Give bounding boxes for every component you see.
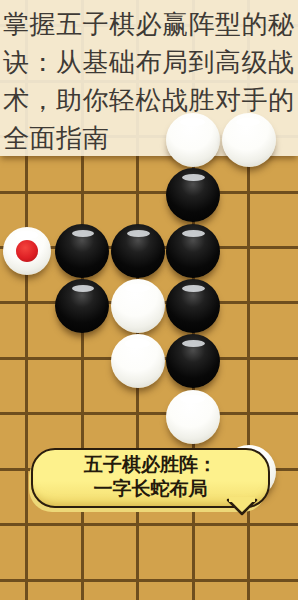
gomoku-thumbnail: 掌握五子棋必赢阵型的秘 诀：从基础布局到高级战 术，助你轻松战胜对手的 全面指南… (0, 0, 298, 600)
black-stone[interactable]: ● (166, 279, 220, 333)
white-stone[interactable]: ○ (111, 334, 165, 388)
white-stone[interactable]: ○ (111, 279, 165, 333)
bubble-tail-icon (225, 500, 259, 518)
caption-line-1: 五子棋必胜阵： (33, 453, 268, 477)
black-stone[interactable]: ● (166, 168, 220, 222)
black-stone[interactable]: ● (111, 224, 165, 278)
white-stone[interactable]: ○ (222, 113, 276, 167)
black-stone[interactable]: ● (55, 279, 109, 333)
white-stone[interactable]: ○ (166, 390, 220, 444)
black-stone[interactable]: ● (166, 224, 220, 278)
black-stone[interactable]: ● (55, 224, 109, 278)
caption-bubble: 五子棋必胜阵： 一字长蛇布局 (31, 448, 270, 508)
white-stone-marked[interactable]: ○ (3, 227, 51, 275)
white-stone[interactable]: ○ (166, 113, 220, 167)
black-stone[interactable]: ● (166, 334, 220, 388)
